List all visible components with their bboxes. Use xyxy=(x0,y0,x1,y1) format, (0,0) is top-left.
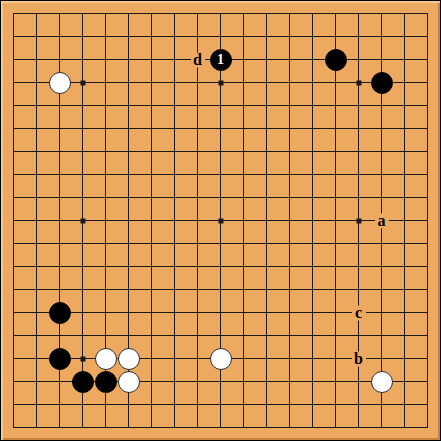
hoshi-point xyxy=(80,356,85,361)
hoshi-point xyxy=(218,218,223,223)
stone-black-move-1[interactable]: 1 xyxy=(210,49,232,71)
grid-line-vertical xyxy=(266,13,267,428)
hoshi-point xyxy=(218,80,223,85)
grid-line-horizontal xyxy=(13,289,428,290)
hoshi-point xyxy=(356,218,361,223)
grid-line-horizontal xyxy=(13,335,428,336)
move-number: 1 xyxy=(217,53,224,67)
stone-black[interactable] xyxy=(72,371,94,393)
grid-line-vertical xyxy=(243,13,244,428)
stone-white[interactable] xyxy=(95,348,117,370)
point-label-a[interactable]: a xyxy=(375,213,389,228)
point-label-d[interactable]: d xyxy=(191,52,205,67)
grid-line-horizontal xyxy=(13,266,428,267)
grid-line-vertical xyxy=(427,13,428,428)
stone-white[interactable] xyxy=(118,371,140,393)
grid-line-horizontal xyxy=(13,243,428,244)
grid-line-horizontal xyxy=(13,427,428,428)
point-label-b[interactable]: b xyxy=(352,351,366,366)
hoshi-point xyxy=(356,80,361,85)
stone-black[interactable] xyxy=(95,371,117,393)
stone-black[interactable] xyxy=(49,348,71,370)
grid-line-vertical xyxy=(404,13,405,428)
grid-line-vertical xyxy=(289,13,290,428)
stone-white[interactable] xyxy=(118,348,140,370)
stone-white[interactable] xyxy=(371,371,393,393)
grid-line-vertical xyxy=(335,13,336,428)
hoshi-point xyxy=(80,218,85,223)
stone-white[interactable] xyxy=(210,348,232,370)
go-board[interactable]: dacb1 xyxy=(0,0,441,441)
point-label-c[interactable]: c xyxy=(352,305,366,320)
grid-line-horizontal xyxy=(13,312,428,313)
stone-black[interactable] xyxy=(325,49,347,71)
stone-black[interactable] xyxy=(49,302,71,324)
stone-black[interactable] xyxy=(371,72,393,94)
grid-line-vertical xyxy=(312,13,313,428)
hoshi-point xyxy=(80,80,85,85)
stone-white[interactable] xyxy=(49,72,71,94)
grid-line-horizontal xyxy=(13,404,428,405)
